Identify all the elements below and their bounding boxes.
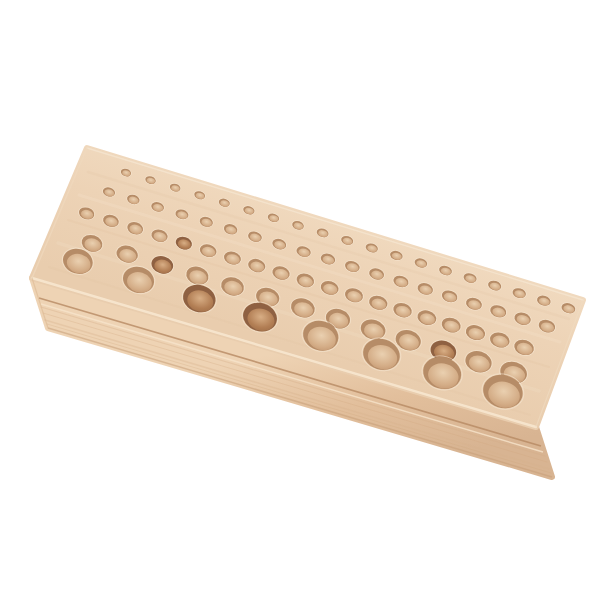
product-photo: [0, 0, 600, 600]
wooden-tool-holder-illustration: [0, 0, 600, 600]
